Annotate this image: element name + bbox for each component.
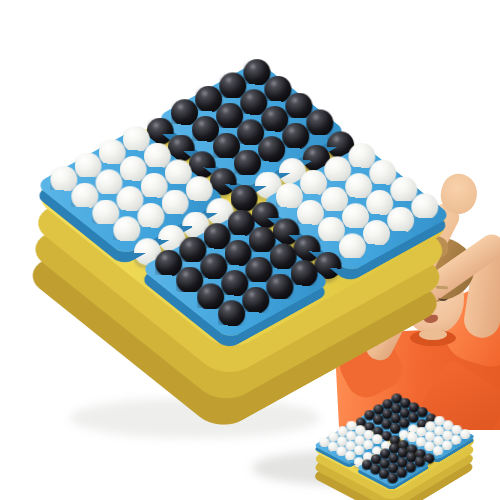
boy-neckline [419, 329, 447, 340]
big-board-shadow [70, 398, 320, 438]
product-photo-stage [0, 0, 500, 500]
